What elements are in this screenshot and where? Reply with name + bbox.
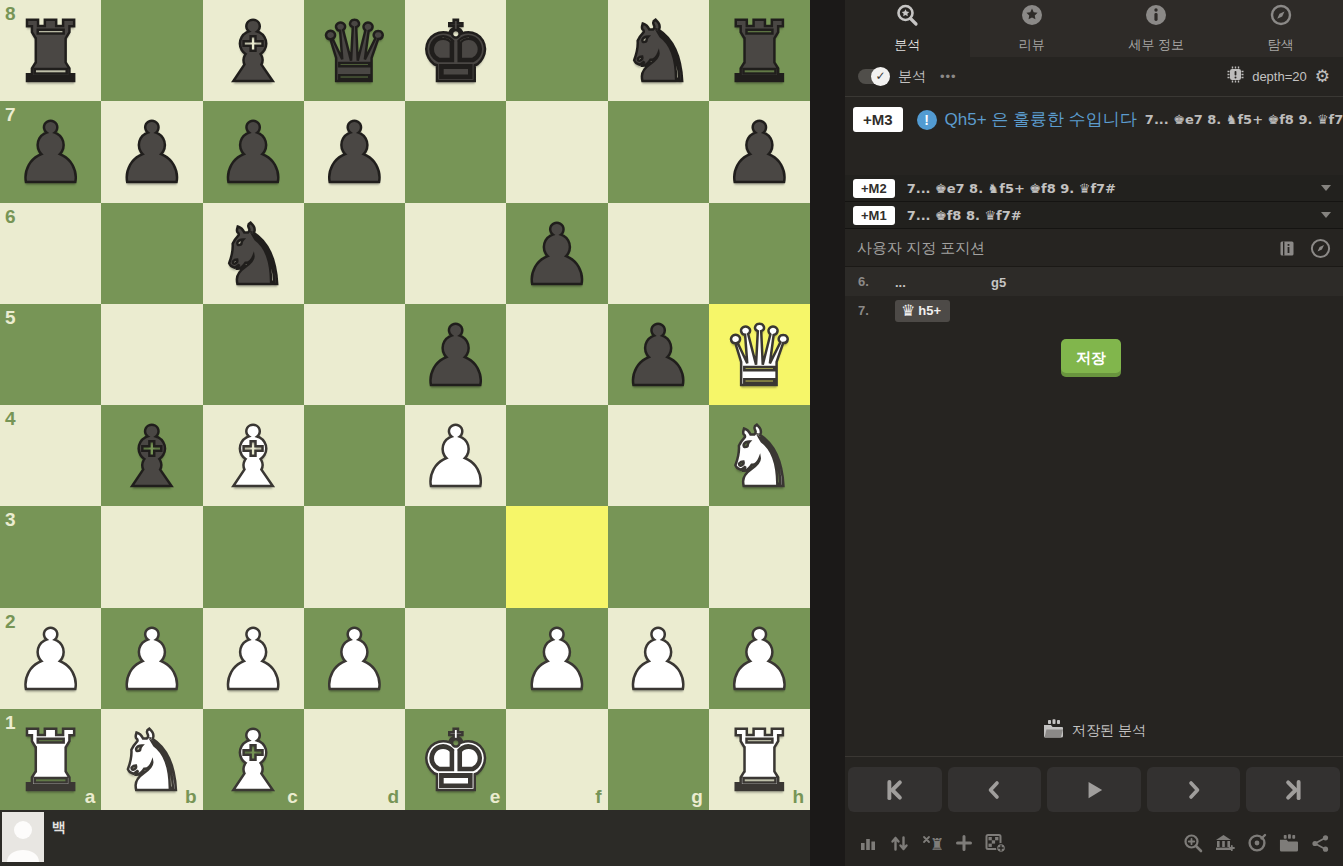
piece-black-rook-a8[interactable]: ♜ [0,0,101,101]
chevron-down-icon[interactable] [1321,185,1331,191]
analysis-panel: 분석 리뷰 세부 정보 탐색 ✓ [845,0,1343,866]
flip-board-icon[interactable] [889,833,910,854]
square-h5[interactable]: ♛ [709,304,810,405]
square-c6[interactable]: ♞ [203,203,304,304]
square-g1[interactable]: g [608,709,709,810]
piece-white-bishop-c4[interactable]: ♝ [203,405,304,506]
square-e7[interactable] [405,101,506,202]
file-label-d: d [387,786,399,808]
square-e6[interactable] [405,203,506,304]
square-h1[interactable]: h♜ [709,709,810,810]
share-icon[interactable] [1310,833,1331,854]
rank-label-3: 3 [5,509,16,531]
square-c2[interactable]: ♟ [203,608,304,709]
file-label-g: g [691,786,703,808]
play-button[interactable] [1047,767,1141,812]
evaluation-section: +M3 ! Qh5+ 은 훌륭한 수입니다 7... ♚e7 8. ♞f5+ ♚… [845,97,1343,174]
piece-black-bishop-c8[interactable]: ♝ [203,0,304,101]
square-a2[interactable]: 2♟ [0,608,101,709]
engine-line-m1[interactable]: +M1 7... ♚f8 8. ♛f7# [845,202,1343,229]
engine-chip-icon [1227,66,1244,87]
chess-board[interactable]: 8♜♝♛♚♞♜7♟♟♟♟♟6♞♟5♟♟♛4♝♝♟♞32♟♟♟♟♟♟♟1a♜b♞c… [0,0,810,810]
square-a7[interactable]: 7♟ [0,101,101,202]
piece-black-rook-h8[interactable]: ♜ [709,0,810,101]
previous-move-button[interactable] [948,767,1042,812]
line-badge: +M1 [853,206,895,225]
piece-white-pawn-d2[interactable]: ♟ [304,608,405,709]
square-b6[interactable] [101,203,202,304]
rank-label-4: 4 [5,408,16,430]
square-d8[interactable]: ♛ [304,0,405,101]
square-f5[interactable] [506,304,607,405]
square-d4[interactable] [304,405,405,506]
square-b7[interactable]: ♟ [101,101,202,202]
tab-details[interactable]: 세부 정보 [1094,0,1219,57]
piece-black-pawn-a7[interactable]: ♟ [0,101,101,202]
square-e4[interactable]: ♟ [405,405,506,506]
star-icon [1020,3,1044,31]
square-h7[interactable]: ♟ [709,101,810,202]
line-badge: +M2 [853,179,895,198]
eval-line-moves: 7... ♚e7 8. ♞f5+ ♚f8 9. ♛f7# [1145,112,1343,127]
piece-black-pawn-e5[interactable]: ♟ [405,304,506,405]
rank-label-6: 6 [5,206,16,228]
line-moves: 7... ♚e7 8. ♞f5+ ♚f8 9. ♛f7# [907,181,1116,196]
person-icon [2,812,44,862]
engine-row: ✓ 분석 ••• depth=20 ⚙ [845,57,1343,96]
square-e1[interactable]: e♚ [405,709,506,810]
info-icon [1144,3,1168,31]
square-b8[interactable] [101,0,202,101]
chevron-right-icon [1182,778,1206,802]
current-move-text: h5+ [918,303,941,318]
position-header-label: 사용자 지정 포지션 [857,239,985,258]
piece-black-pawn-d7[interactable]: ♟ [304,101,405,202]
compass-icon [1269,3,1293,31]
tab-analysis-label: 분석 [894,36,920,54]
piece-white-pawn-g2[interactable]: ♟ [608,608,709,709]
square-e3[interactable] [405,506,506,607]
tab-review-label: 리뷰 [1019,36,1045,54]
square-h2[interactable]: ♟ [709,608,810,709]
skip-to-start-icon [882,777,908,803]
tab-analysis[interactable]: 분석 [845,0,970,57]
tab-bar: 분석 리뷰 세부 정보 탐색 [845,0,1343,57]
square-c8[interactable]: ♝ [203,0,304,101]
more-menu-icon[interactable]: ••• [940,69,957,84]
piece-white-knight-h4[interactable]: ♞ [709,405,810,506]
move-number: 6. [845,274,891,289]
piece-black-pawn-h7[interactable]: ♟ [709,101,810,202]
opening-book-icon[interactable] [1277,238,1298,259]
square-g2[interactable]: ♟ [608,608,709,709]
square-g7[interactable] [608,101,709,202]
square-b4[interactable]: ♝ [101,405,202,506]
piece-black-pawn-b7[interactable]: ♟ [101,101,202,202]
square-d2[interactable]: ♟ [304,608,405,709]
move-black[interactable]: g5 [991,275,1006,290]
avatar [2,812,44,862]
player-name: 백 [52,819,66,837]
engine-lines: +M2 7... ♚e7 8. ♞f5+ ♚f8 9. ♛f7# +M1 7..… [845,175,1343,229]
tab-details-label: 세부 정보 [1128,36,1184,54]
piece-white-rook-a1[interactable]: ♜ [0,709,101,810]
player-bar: 백 [0,810,810,866]
square-g8[interactable]: ♞ [608,0,709,101]
tab-review[interactable]: 리뷰 [970,0,1095,57]
move-navigation [848,767,1340,812]
add-icon[interactable] [953,833,974,854]
move-list: 6. ... g5 7. ♛ h5+ [845,267,1343,325]
square-d7[interactable]: ♟ [304,101,405,202]
eval-comment: Qh5+ 은 훌륭한 수입니다 [945,108,1137,131]
piece-white-knight-b1[interactable]: ♞ [101,709,202,810]
square-d5[interactable] [304,304,405,405]
square-f1[interactable]: f [506,709,607,810]
square-c3[interactable] [203,506,304,607]
engine-line-m2[interactable]: +M2 7... ♚e7 8. ♞f5+ ♚f8 9. ♛f7# [845,175,1343,202]
piece-white-queen-h5[interactable]: ♛ [709,304,810,405]
library-add-icon[interactable] [1214,833,1235,854]
square-e5[interactable]: ♟ [405,304,506,405]
chart-icon[interactable] [857,833,878,854]
file-label-f: f [595,786,601,808]
move-row: 7. ♛ h5+ [845,296,1343,325]
tab-explore-label: 탐색 [1268,36,1294,54]
square-h4[interactable]: ♞ [709,405,810,506]
square-a1[interactable]: 1a♜ [0,709,101,810]
piece-black-pawn-g5[interactable]: ♟ [608,304,709,405]
square-d1[interactable]: d [304,709,405,810]
piece-white-pawn-b2[interactable]: ♟ [101,608,202,709]
remove-pieces-icon[interactable]: ♜ [921,833,942,854]
square-f4[interactable] [506,405,607,506]
move-row: 6. ... g5 [845,267,1343,296]
analysis-toggle[interactable]: ✓ [858,69,889,84]
settings-gear-icon[interactable]: ⚙ [1315,68,1330,85]
divider [845,756,1343,757]
saved-folder-icon [1042,719,1064,743]
piece-white-king-e1[interactable]: ♚ [405,709,506,810]
line-moves: 7... ♚f8 8. ♛f7# [907,208,1022,223]
square-b1[interactable]: b♞ [101,709,202,810]
chevron-left-icon [982,778,1006,802]
brilliant-move-icon: ! [917,110,937,130]
folder-icon[interactable] [1278,833,1299,854]
toggle-check-icon: ✓ [871,67,890,86]
square-f2[interactable]: ♟ [506,608,607,709]
search-icon [895,3,919,31]
square-f6[interactable]: ♟ [506,203,607,304]
square-c1[interactable]: c♝ [203,709,304,810]
saved-analysis-link[interactable]: 저장된 분석 [845,716,1343,746]
square-c4[interactable]: ♝ [203,405,304,506]
save-button[interactable]: 저장 [1061,339,1121,377]
move-white[interactable]: ... [895,275,906,290]
square-f8[interactable] [506,0,607,101]
square-c7[interactable]: ♟ [203,101,304,202]
zoom-in-icon[interactable] [1182,833,1203,854]
square-g6[interactable] [608,203,709,304]
piece-black-queen-d8[interactable]: ♛ [304,0,405,101]
square-h3[interactable] [709,506,810,607]
square-f3[interactable] [506,506,607,607]
eval-badge: +M3 [853,107,903,132]
analysis-toggle-label: 분석 [898,68,926,86]
svg-text:♜: ♜ [930,835,942,853]
first-move-button[interactable] [848,767,942,812]
current-move[interactable]: ♛ h5+ [895,300,950,322]
square-e8[interactable]: ♚ [405,0,506,101]
square-f7[interactable] [506,101,607,202]
explorer-compass-icon[interactable] [1310,238,1331,259]
setup-board-icon[interactable] [985,833,1006,854]
app-root: 8♜♝♛♚♞♜7♟♟♟♟♟6♞♟5♟♟♛4♝♝♟♞32♟♟♟♟♟♟♟1a♜b♞c… [0,0,1343,866]
square-g3[interactable] [608,506,709,607]
square-g4[interactable] [608,405,709,506]
square-a5[interactable]: 5 [0,304,101,405]
piece-white-pawn-f2[interactable]: ♟ [506,608,607,709]
depth-label: depth=20 [1252,69,1307,84]
piece-black-pawn-f6[interactable]: ♟ [506,203,607,304]
chevron-down-icon[interactable] [1321,212,1331,218]
play-icon [1081,777,1107,803]
piece-white-bishop-c1[interactable]: ♝ [203,709,304,810]
last-move-button[interactable] [1246,767,1340,812]
rank-label-5: 5 [5,307,16,329]
square-b2[interactable]: ♟ [101,608,202,709]
piece-black-king-e8[interactable]: ♚ [405,0,506,101]
square-a3[interactable]: 3 [0,506,101,607]
square-a4[interactable]: 4 [0,405,101,506]
piece-white-rook-h1[interactable]: ♜ [709,709,810,810]
piece-black-pawn-c7[interactable]: ♟ [203,101,304,202]
piece-black-knight-g8[interactable]: ♞ [608,0,709,101]
square-a8[interactable]: 8♜ [0,0,101,101]
piece-black-bishop-b4[interactable]: ♝ [101,405,202,506]
square-b5[interactable] [101,304,202,405]
square-h6[interactable] [709,203,810,304]
piece-white-pawn-c2[interactable]: ♟ [203,608,304,709]
bottom-toolbar: ♜ [845,828,1343,858]
saved-analysis-label: 저장된 분석 [1072,722,1146,740]
white-queen-icon: ♛ [901,303,915,319]
square-d6[interactable] [304,203,405,304]
square-b3[interactable] [101,506,202,607]
move-number: 7. [845,303,891,318]
skip-to-end-icon [1280,777,1306,803]
tab-explore[interactable]: 탐색 [1219,0,1343,57]
square-d3[interactable] [304,506,405,607]
target-icon[interactable] [1246,833,1267,854]
piece-white-pawn-a2[interactable]: ♟ [0,608,101,709]
position-header-row: 사용자 지정 포지션 [845,230,1343,266]
square-c5[interactable] [203,304,304,405]
square-a6[interactable]: 6 [0,203,101,304]
square-h8[interactable]: ♜ [709,0,810,101]
piece-white-pawn-e4[interactable]: ♟ [405,405,506,506]
piece-black-knight-c6[interactable]: ♞ [203,203,304,304]
square-g5[interactable]: ♟ [608,304,709,405]
piece-white-pawn-h2[interactable]: ♟ [709,608,810,709]
square-e2[interactable] [405,608,506,709]
next-move-button[interactable] [1147,767,1241,812]
